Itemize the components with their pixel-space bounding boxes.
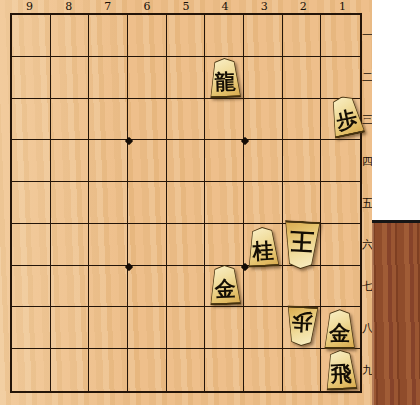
piece-kanji: 金 — [214, 269, 236, 299]
piece-slot-3六: 桂 — [244, 224, 283, 266]
piece-kanji: 龍 — [214, 62, 236, 92]
piece-slot-1九: 飛 — [321, 349, 360, 391]
piece-face: 金 — [324, 310, 356, 347]
piece-shadow: 歩 — [285, 308, 319, 348]
file-label: 6 — [127, 0, 166, 13]
piece-face: 龍 — [208, 58, 241, 96]
piece-kanji: 金 — [329, 314, 350, 343]
piece-kanji: 桂 — [252, 231, 274, 261]
piece-shadow: 金 — [324, 308, 358, 348]
piece-shadow: 龍 — [208, 58, 242, 98]
piece-gote-pawn[interactable]: 歩 — [284, 305, 320, 347]
file-label: 2 — [284, 0, 323, 13]
file-label: 3 — [245, 0, 284, 13]
piece-shadow: 王 — [282, 221, 321, 269]
piece-slot-4二: 龍 — [205, 57, 244, 99]
piece-shadow: 桂 — [246, 225, 280, 265]
piece-gote-king[interactable]: 王 — [281, 220, 322, 270]
piece-slot-1八: 金 — [321, 307, 360, 349]
side-table-wood-panel — [372, 220, 420, 405]
file-labels: 987654321 — [10, 0, 362, 13]
board-grid: 龍歩桂王金歩金飛 — [10, 13, 362, 393]
piece-kanji: 王 — [289, 229, 315, 262]
piece-shadow: 飛 — [324, 350, 358, 390]
piece-face: 飛 — [324, 350, 358, 389]
piece-sente-rook[interactable]: 飛 — [323, 349, 359, 391]
piece-shadow: 歩 — [324, 99, 358, 139]
piece-face: 歩 — [326, 95, 365, 138]
piece-face: 金 — [208, 265, 241, 303]
file-label: 4 — [206, 0, 245, 13]
file-label: 9 — [10, 0, 49, 13]
piece-slot-1三: 歩 — [321, 99, 360, 141]
right-background — [372, 0, 420, 405]
file-label: 5 — [166, 0, 205, 13]
piece-sente-knight[interactable]: 桂 — [245, 226, 281, 268]
shogi-board-area: 987654321 龍歩桂王金歩金飛 一二三四五六七八九 — [0, 0, 372, 405]
piece-slot-4七: 金 — [205, 266, 244, 308]
piece-shadow: 金 — [208, 267, 242, 307]
piece-kanji: 飛 — [329, 355, 351, 385]
piece-sente-gold[interactable]: 金 — [323, 309, 357, 349]
piece-face: 王 — [282, 222, 321, 269]
file-label: 7 — [88, 0, 127, 13]
piece-kanji: 歩 — [291, 312, 313, 342]
piece-kanji: 歩 — [332, 100, 359, 133]
piece-sente-gold[interactable]: 金 — [207, 264, 242, 305]
piece-slot-2六: 王 — [283, 224, 322, 266]
piece-slot-2八: 歩 — [283, 307, 322, 349]
piece-sente-dragon-promoted-rook[interactable]: 龍 — [207, 57, 242, 98]
piece-layer: 龍歩桂王金歩金飛 — [12, 15, 360, 391]
file-label: 8 — [49, 0, 88, 13]
file-label: 1 — [323, 0, 362, 13]
piece-face: 桂 — [246, 227, 280, 266]
piece-face: 歩 — [285, 307, 319, 346]
